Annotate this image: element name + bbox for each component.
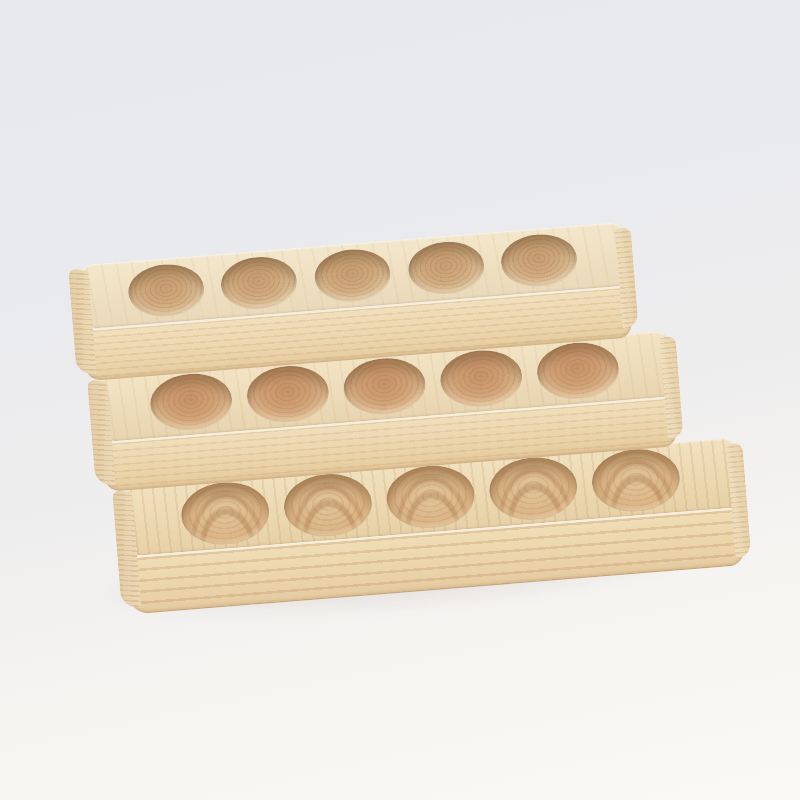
studio-background	[0, 0, 800, 800]
pit-r2c1[interactable]	[148, 371, 234, 433]
pit-r2c2[interactable]	[245, 363, 331, 425]
pit-r1c3[interactable]	[313, 247, 393, 305]
pit-r3c4[interactable]	[487, 454, 580, 523]
pit-r2c3[interactable]	[341, 355, 427, 417]
pit-r3c1[interactable]	[178, 479, 271, 548]
pit-r2c5[interactable]	[535, 340, 621, 402]
pit-r1c4[interactable]	[406, 239, 486, 297]
pit-r3c3[interactable]	[384, 463, 477, 532]
pit-r2c4[interactable]	[438, 347, 524, 409]
three-tier-pit-board	[57, 214, 747, 618]
pit-r3c5[interactable]	[590, 446, 683, 515]
pit-r1c2[interactable]	[219, 254, 299, 312]
pit-r1c5[interactable]	[499, 232, 579, 290]
pit-r1c1[interactable]	[126, 262, 206, 320]
pit-r3c2[interactable]	[281, 471, 374, 540]
